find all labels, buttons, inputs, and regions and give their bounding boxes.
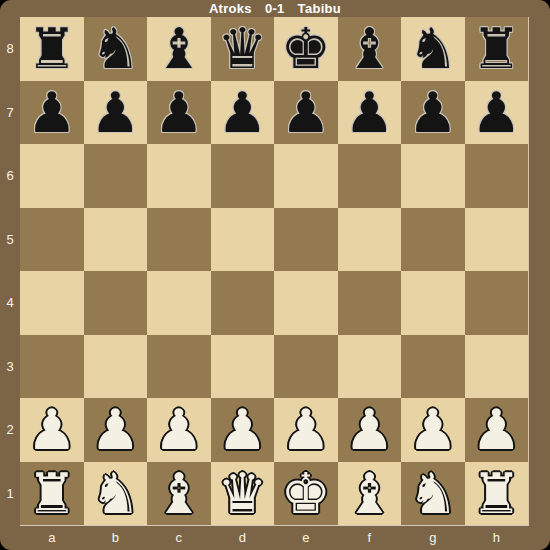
square-g8[interactable]: ♞ (401, 17, 465, 81)
square-f7[interactable]: ♟ (338, 81, 402, 145)
square-f6[interactable] (338, 144, 402, 208)
square-b5[interactable] (84, 208, 148, 272)
square-a2[interactable]: ♟ (20, 398, 84, 462)
piece-black-knight: ♞ (408, 17, 458, 81)
square-h4[interactable] (465, 271, 529, 335)
square-g5[interactable] (401, 208, 465, 272)
square-e8[interactable]: ♚ (274, 17, 338, 81)
piece-white-knight: ♞ (408, 462, 458, 526)
piece-white-pawn: ♟ (281, 398, 331, 462)
square-g2[interactable]: ♟ (401, 398, 465, 462)
piece-black-bishop: ♝ (344, 17, 394, 81)
square-a5[interactable] (20, 208, 84, 272)
square-d1[interactable]: ♛ (211, 462, 275, 526)
square-b6[interactable] (84, 144, 148, 208)
chess-app-window: Atroks 0-1 Tabibu ♜♞♝♛♚♝♞♜♟♟♟♟♟♟♟♟♟♟♟♟♟♟… (0, 0, 550, 550)
piece-black-pawn: ♟ (27, 81, 77, 145)
square-e6[interactable] (274, 144, 338, 208)
rank-label-8: 8 (0, 17, 20, 81)
square-h2[interactable]: ♟ (465, 398, 529, 462)
square-c1[interactable]: ♝ (147, 462, 211, 526)
square-d7[interactable]: ♟ (211, 81, 275, 145)
square-d5[interactable] (211, 208, 275, 272)
square-h6[interactable] (465, 144, 529, 208)
file-label-c: c (147, 526, 211, 548)
square-b4[interactable] (84, 271, 148, 335)
rank-label-2: 2 (0, 398, 20, 462)
square-e4[interactable] (274, 271, 338, 335)
game-result: 0-1 (265, 1, 285, 16)
square-a4[interactable] (20, 271, 84, 335)
piece-black-king: ♚ (281, 17, 331, 81)
file-coordinates: abcdefgh (20, 526, 528, 550)
square-a7[interactable]: ♟ (20, 81, 84, 145)
square-f4[interactable] (338, 271, 402, 335)
square-e1[interactable]: ♚ (274, 462, 338, 526)
square-c6[interactable] (147, 144, 211, 208)
rank-label-5: 5 (0, 208, 20, 272)
square-a1[interactable]: ♜ (20, 462, 84, 526)
file-label-e: e (274, 526, 338, 548)
file-label-b: b (84, 526, 148, 548)
file-label-g: g (401, 526, 465, 548)
piece-black-pawn: ♟ (217, 81, 267, 145)
square-c3[interactable] (147, 335, 211, 399)
square-g6[interactable] (401, 144, 465, 208)
square-f5[interactable] (338, 208, 402, 272)
piece-white-bishop: ♝ (154, 462, 204, 526)
black-player-name: Tabibu (298, 1, 341, 16)
square-b1[interactable]: ♞ (84, 462, 148, 526)
piece-white-pawn: ♟ (344, 398, 394, 462)
square-h3[interactable] (465, 335, 529, 399)
piece-white-pawn: ♟ (154, 398, 204, 462)
piece-white-rook: ♜ (27, 462, 77, 526)
piece-black-rook: ♜ (27, 17, 77, 81)
square-a8[interactable]: ♜ (20, 17, 84, 81)
square-e5[interactable] (274, 208, 338, 272)
square-b7[interactable]: ♟ (84, 81, 148, 145)
square-g7[interactable]: ♟ (401, 81, 465, 145)
square-g4[interactable] (401, 271, 465, 335)
square-e2[interactable]: ♟ (274, 398, 338, 462)
square-d4[interactable] (211, 271, 275, 335)
square-c5[interactable] (147, 208, 211, 272)
white-player-name: Atroks (209, 1, 252, 16)
square-f1[interactable]: ♝ (338, 462, 402, 526)
square-c8[interactable]: ♝ (147, 17, 211, 81)
square-h5[interactable] (465, 208, 529, 272)
piece-white-pawn: ♟ (27, 398, 77, 462)
piece-white-pawn: ♟ (90, 398, 140, 462)
piece-white-bishop: ♝ (344, 462, 394, 526)
piece-black-rook: ♜ (471, 17, 521, 81)
rank-label-7: 7 (0, 81, 20, 145)
rank-label-3: 3 (0, 335, 20, 399)
square-d2[interactable]: ♟ (211, 398, 275, 462)
piece-white-knight: ♞ (90, 462, 140, 526)
square-h1[interactable]: ♜ (465, 462, 529, 526)
square-a6[interactable] (20, 144, 84, 208)
square-g3[interactable] (401, 335, 465, 399)
piece-black-bishop: ♝ (154, 17, 204, 81)
square-d6[interactable] (211, 144, 275, 208)
square-c7[interactable]: ♟ (147, 81, 211, 145)
square-d8[interactable]: ♛ (211, 17, 275, 81)
file-label-h: h (465, 526, 529, 548)
chess-board[interactable]: ♜♞♝♛♚♝♞♜♟♟♟♟♟♟♟♟♟♟♟♟♟♟♟♟♜♞♝♛♚♝♞♜ (20, 17, 529, 526)
rank-label-6: 6 (0, 144, 20, 208)
square-c4[interactable] (147, 271, 211, 335)
square-h8[interactable]: ♜ (465, 17, 529, 81)
file-label-f: f (338, 526, 402, 548)
piece-white-rook: ♜ (471, 462, 521, 526)
square-b2[interactable]: ♟ (84, 398, 148, 462)
game-result-header: Atroks 0-1 Tabibu (0, 0, 550, 17)
piece-white-pawn: ♟ (471, 398, 521, 462)
piece-black-pawn: ♟ (471, 81, 521, 145)
piece-black-pawn: ♟ (408, 81, 458, 145)
piece-black-pawn: ♟ (344, 81, 394, 145)
file-label-d: d (211, 526, 275, 548)
piece-white-king: ♚ (281, 462, 331, 526)
square-b3[interactable] (84, 335, 148, 399)
piece-black-pawn: ♟ (281, 81, 331, 145)
piece-black-queen: ♛ (217, 17, 267, 81)
square-f3[interactable] (338, 335, 402, 399)
square-h7[interactable]: ♟ (465, 81, 529, 145)
rank-coordinates: 87654321 (0, 17, 20, 525)
square-e3[interactable] (274, 335, 338, 399)
square-d3[interactable] (211, 335, 275, 399)
square-c2[interactable]: ♟ (147, 398, 211, 462)
file-label-a: a (20, 526, 84, 548)
square-g1[interactable]: ♞ (401, 462, 465, 526)
square-f8[interactable]: ♝ (338, 17, 402, 81)
piece-black-knight: ♞ (90, 17, 140, 81)
piece-white-queen: ♛ (217, 462, 267, 526)
square-b8[interactable]: ♞ (84, 17, 148, 81)
piece-white-pawn: ♟ (217, 398, 267, 462)
rank-label-4: 4 (0, 271, 20, 335)
square-e7[interactable]: ♟ (274, 81, 338, 145)
square-a3[interactable] (20, 335, 84, 399)
rank-label-1: 1 (0, 462, 20, 526)
square-f2[interactable]: ♟ (338, 398, 402, 462)
piece-black-pawn: ♟ (90, 81, 140, 145)
piece-white-pawn: ♟ (408, 398, 458, 462)
piece-black-pawn: ♟ (154, 81, 204, 145)
